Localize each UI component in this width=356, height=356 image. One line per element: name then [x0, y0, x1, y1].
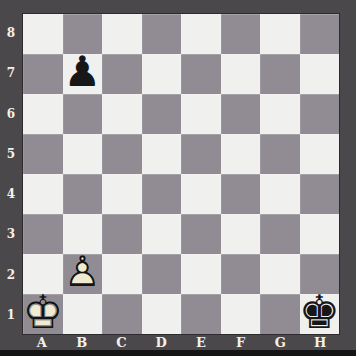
- black-pawn-icon: ♟: [63, 51, 101, 93]
- square-a7[interactable]: [23, 54, 63, 94]
- square-f3[interactable]: [221, 214, 261, 254]
- rank-label-3: 3: [0, 214, 22, 254]
- square-f2[interactable]: [221, 254, 261, 294]
- square-f1[interactable]: [221, 294, 261, 334]
- white-pawn-icon: ♟: [63, 251, 101, 293]
- square-a4[interactable]: [23, 174, 63, 214]
- white-pawn-outline-icon: ♙: [63, 251, 101, 293]
- square-d8[interactable]: [142, 14, 182, 54]
- square-d5[interactable]: [142, 134, 182, 174]
- square-c4[interactable]: [102, 174, 142, 214]
- square-h4[interactable]: [300, 174, 340, 214]
- rank-labels: 87654321: [0, 13, 22, 335]
- square-g8[interactable]: [260, 14, 300, 54]
- white-king-outline-icon: ♔: [22, 289, 63, 335]
- square-b1[interactable]: [63, 294, 103, 334]
- square-g7[interactable]: [260, 54, 300, 94]
- chess-board-frame: 87654321 ♟♟♙♚♔♚ ABCDEFGH: [0, 0, 356, 356]
- piece-black-pawn[interactable]: ♟: [63, 54, 103, 94]
- square-d3[interactable]: [142, 214, 182, 254]
- square-g5[interactable]: [260, 134, 300, 174]
- file-label-f: F: [221, 335, 261, 350]
- square-c1[interactable]: [102, 294, 142, 334]
- rank-label-8: 8: [0, 13, 22, 53]
- rank-label-7: 7: [0, 53, 22, 93]
- file-label-d: D: [141, 335, 181, 350]
- square-a2[interactable]: [23, 254, 63, 294]
- file-label-h: H: [300, 335, 340, 350]
- square-d4[interactable]: [142, 174, 182, 214]
- square-c7[interactable]: [102, 54, 142, 94]
- rank-label-1: 1: [0, 295, 22, 335]
- square-c8[interactable]: [102, 14, 142, 54]
- square-c2[interactable]: [102, 254, 142, 294]
- square-g4[interactable]: [260, 174, 300, 214]
- piece-black-king[interactable]: ♚: [300, 294, 340, 334]
- square-h1[interactable]: ♚: [300, 294, 340, 334]
- rank-label-2: 2: [0, 255, 22, 295]
- square-f4[interactable]: [221, 174, 261, 214]
- square-e2[interactable]: [181, 254, 221, 294]
- square-f5[interactable]: [221, 134, 261, 174]
- square-c3[interactable]: [102, 214, 142, 254]
- file-labels: ABCDEFGH: [22, 335, 340, 350]
- bottom-strip: [0, 350, 356, 356]
- square-g1[interactable]: [260, 294, 300, 334]
- square-c5[interactable]: [102, 134, 142, 174]
- square-e4[interactable]: [181, 174, 221, 214]
- square-b2[interactable]: ♟♙: [63, 254, 103, 294]
- rank-label-4: 4: [0, 174, 22, 214]
- square-e6[interactable]: [181, 94, 221, 134]
- square-b8[interactable]: [63, 14, 103, 54]
- square-f6[interactable]: [221, 94, 261, 134]
- rank-label-6: 6: [0, 94, 22, 134]
- square-a3[interactable]: [23, 214, 63, 254]
- square-g3[interactable]: [260, 214, 300, 254]
- square-b6[interactable]: [63, 94, 103, 134]
- square-f7[interactable]: [221, 54, 261, 94]
- square-f8[interactable]: [221, 14, 261, 54]
- square-d6[interactable]: [142, 94, 182, 134]
- square-b5[interactable]: [63, 134, 103, 174]
- square-d7[interactable]: [142, 54, 182, 94]
- square-c6[interactable]: [102, 94, 142, 134]
- square-h6[interactable]: [300, 94, 340, 134]
- piece-white-king[interactable]: ♚♔: [23, 294, 63, 334]
- square-e3[interactable]: [181, 214, 221, 254]
- file-label-b: B: [62, 335, 102, 350]
- square-h3[interactable]: [300, 214, 340, 254]
- square-d2[interactable]: [142, 254, 182, 294]
- white-king-icon: ♚: [22, 289, 63, 335]
- square-h7[interactable]: [300, 54, 340, 94]
- square-e5[interactable]: [181, 134, 221, 174]
- piece-white-pawn[interactable]: ♟♙: [63, 254, 103, 294]
- file-label-e: E: [181, 335, 221, 350]
- square-h2[interactable]: [300, 254, 340, 294]
- square-e7[interactable]: [181, 54, 221, 94]
- file-label-c: C: [102, 335, 142, 350]
- square-a8[interactable]: [23, 14, 63, 54]
- square-h8[interactable]: [300, 14, 340, 54]
- rank-label-5: 5: [0, 134, 22, 174]
- chess-board: ♟♟♙♚♔♚: [22, 13, 340, 335]
- file-label-g: G: [261, 335, 301, 350]
- square-b3[interactable]: [63, 214, 103, 254]
- square-a1[interactable]: ♚♔: [23, 294, 63, 334]
- file-label-a: A: [22, 335, 62, 350]
- square-h5[interactable]: [300, 134, 340, 174]
- square-g2[interactable]: [260, 254, 300, 294]
- square-b4[interactable]: [63, 174, 103, 214]
- square-e1[interactable]: [181, 294, 221, 334]
- square-e8[interactable]: [181, 14, 221, 54]
- square-g6[interactable]: [260, 94, 300, 134]
- square-a5[interactable]: [23, 134, 63, 174]
- square-a6[interactable]: [23, 94, 63, 134]
- square-b7[interactable]: ♟: [63, 54, 103, 94]
- square-d1[interactable]: [142, 294, 182, 334]
- black-king-icon: ♚: [299, 289, 340, 335]
